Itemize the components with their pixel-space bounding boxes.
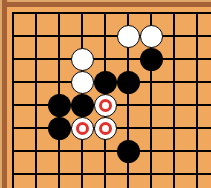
marked-white-stone[interactable] — [71, 117, 94, 140]
board-point-F16[interactable] — [117, 71, 140, 94]
go-board-diagram — [0, 0, 211, 188]
board-point-D14[interactable] — [71, 117, 94, 140]
go-board-grid[interactable] — [2, 2, 209, 186]
marked-white-stone[interactable] — [94, 94, 117, 117]
board-point-D17[interactable] — [71, 48, 94, 71]
black-stone[interactable] — [117, 71, 140, 94]
marked-white-stone[interactable] — [94, 117, 117, 140]
board-point-C15[interactable] — [48, 94, 71, 117]
board-point-D16[interactable] — [71, 71, 94, 94]
board-point-E15[interactable] — [94, 94, 117, 117]
white-stone[interactable] — [71, 48, 94, 71]
black-stone[interactable] — [71, 94, 94, 117]
red-circle-marker — [99, 99, 112, 112]
board-point-E16[interactable] — [94, 71, 117, 94]
board-point-E14[interactable] — [94, 117, 117, 140]
red-circle-marker — [99, 122, 112, 135]
board-point-F13[interactable] — [117, 140, 140, 163]
board-point-G17[interactable] — [140, 48, 163, 71]
black-stone[interactable] — [94, 71, 117, 94]
board-point-C14[interactable] — [48, 117, 71, 140]
board-point-F18[interactable] — [117, 25, 140, 48]
board-point-G18[interactable] — [140, 25, 163, 48]
white-stone[interactable] — [117, 25, 140, 48]
black-stone[interactable] — [117, 140, 140, 163]
black-stone[interactable] — [48, 117, 71, 140]
black-stone[interactable] — [140, 48, 163, 71]
board-point-D15[interactable] — [71, 94, 94, 117]
black-stone[interactable] — [48, 94, 71, 117]
red-circle-marker — [76, 122, 89, 135]
white-stone[interactable] — [140, 25, 163, 48]
white-stone[interactable] — [71, 71, 94, 94]
